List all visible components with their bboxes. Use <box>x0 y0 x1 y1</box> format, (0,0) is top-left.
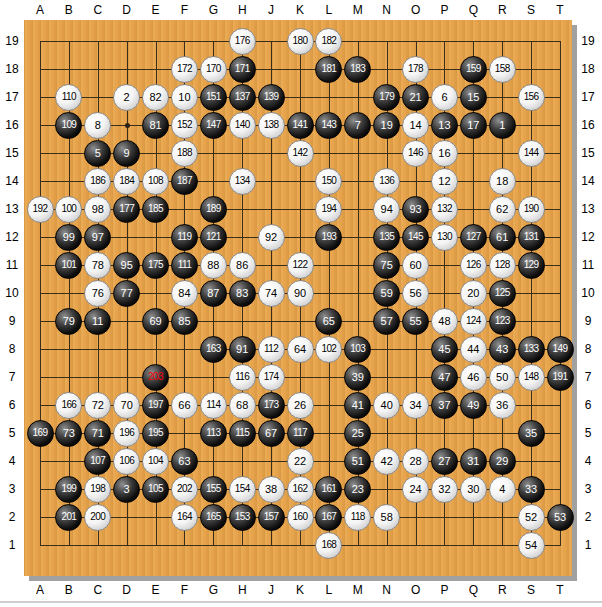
stone-B16-move-109[interactable]: 109 <box>55 112 82 139</box>
stone-O6-move-34[interactable]: 34 <box>402 392 429 419</box>
coord-label-right-15: 15 <box>581 146 594 160</box>
stone-N4-move-42[interactable]: 42 <box>373 448 400 475</box>
stone-H14-move-134[interactable]: 134 <box>229 168 256 195</box>
stone-G12-move-121[interactable]: 121 <box>200 224 227 251</box>
coord-label-left-18: 18 <box>5 62 18 76</box>
coord-label-bottom-K: K <box>296 583 304 597</box>
stone-A13-move-192[interactable]: 192 <box>27 196 54 223</box>
stone-G16-move-147[interactable]: 147 <box>200 112 227 139</box>
stone-G11-move-88[interactable]: 88 <box>200 252 227 279</box>
stone-E7-move-203[interactable]: 203 <box>142 364 169 391</box>
coord-label-bottom-C: C <box>93 583 102 597</box>
coord-label-right-6: 6 <box>585 398 592 412</box>
coord-label-right-9: 9 <box>585 314 592 328</box>
coord-label-right-7: 7 <box>585 370 592 384</box>
coord-label-left-14: 14 <box>5 174 18 188</box>
stone-C13-move-98[interactable]: 98 <box>84 196 111 223</box>
stone-C3-move-198[interactable]: 198 <box>84 476 111 503</box>
coord-label-top-F: F <box>181 3 188 17</box>
stone-P13-move-132[interactable]: 132 <box>431 196 458 223</box>
stone-J5-move-67[interactable]: 67 <box>258 420 285 447</box>
stone-Q8-move-44[interactable]: 44 <box>460 336 487 363</box>
stone-E17-move-82[interactable]: 82 <box>142 84 169 111</box>
stone-E11-move-175[interactable]: 175 <box>142 252 169 279</box>
stone-J2-move-157[interactable]: 157 <box>258 504 285 531</box>
stone-M2-move-118[interactable]: 118 <box>344 504 371 531</box>
stone-J6-move-173[interactable]: 173 <box>258 392 285 419</box>
stone-R11-move-128[interactable]: 128 <box>489 252 516 279</box>
stone-D3-move-3[interactable]: 3 <box>113 476 140 503</box>
coord-label-top-S: S <box>527 3 535 17</box>
stone-O4-move-28[interactable]: 28 <box>402 448 429 475</box>
stone-J8-move-112[interactable]: 112 <box>258 336 285 363</box>
stone-P7-move-47[interactable]: 47 <box>431 364 458 391</box>
coord-label-top-C: C <box>93 3 102 17</box>
stone-H3-move-154[interactable]: 154 <box>229 476 256 503</box>
stone-N6-move-40[interactable]: 40 <box>373 392 400 419</box>
stone-K19-move-180[interactable]: 180 <box>287 28 314 55</box>
stone-Q7-move-46[interactable]: 46 <box>460 364 487 391</box>
stone-K6-move-26[interactable]: 26 <box>287 392 314 419</box>
stone-O15-move-146[interactable]: 146 <box>402 140 429 167</box>
grid-line-vertical <box>531 41 532 546</box>
stone-F6-move-66[interactable]: 66 <box>171 392 198 419</box>
stone-D4-move-106[interactable]: 106 <box>113 448 140 475</box>
stone-P16-move-13[interactable]: 13 <box>431 112 458 139</box>
coord-label-bottom-F: F <box>181 583 188 597</box>
coord-label-right-13: 13 <box>581 202 594 216</box>
stone-M8-move-103[interactable]: 103 <box>344 336 371 363</box>
stone-J10-move-74[interactable]: 74 <box>258 280 285 307</box>
coord-label-bottom-D: D <box>122 583 131 597</box>
stone-L14-move-150[interactable]: 150 <box>315 168 342 195</box>
coord-label-right-4: 4 <box>585 454 592 468</box>
stone-F9-move-85[interactable]: 85 <box>171 308 198 335</box>
grid-line-horizontal <box>40 545 561 546</box>
coord-label-top-A: A <box>36 3 44 17</box>
stone-E13-move-185[interactable]: 185 <box>142 196 169 223</box>
stone-R18-move-158[interactable]: 158 <box>489 56 516 83</box>
stone-H11-move-86[interactable]: 86 <box>229 252 256 279</box>
stone-H18-move-171[interactable]: 171 <box>229 56 256 83</box>
coord-label-top-T: T <box>556 3 563 17</box>
stone-S8-move-133[interactable]: 133 <box>518 336 545 363</box>
coord-label-top-Q: Q <box>469 3 478 17</box>
coord-label-right-3: 3 <box>585 482 592 496</box>
stone-F4-move-63[interactable]: 63 <box>171 448 198 475</box>
stone-F10-move-84[interactable]: 84 <box>171 280 198 307</box>
stone-A5-move-169[interactable]: 169 <box>27 420 54 447</box>
stone-R3-move-4[interactable]: 4 <box>489 476 516 503</box>
coord-label-right-10: 10 <box>581 286 594 300</box>
coord-label-top-O: O <box>411 3 420 17</box>
coord-label-bottom-S: S <box>527 583 535 597</box>
stone-H6-move-68[interactable]: 68 <box>229 392 256 419</box>
stone-K16-move-141[interactable]: 141 <box>287 112 314 139</box>
stone-Q9-move-124[interactable]: 124 <box>460 308 487 335</box>
stone-K8-move-64[interactable]: 64 <box>287 336 314 363</box>
stone-P3-move-32[interactable]: 32 <box>431 476 458 503</box>
stone-Q18-move-159[interactable]: 159 <box>460 56 487 83</box>
coord-label-bottom-B: B <box>65 583 73 597</box>
stone-B9-move-79[interactable]: 79 <box>55 308 82 335</box>
stone-H10-move-83[interactable]: 83 <box>229 280 256 307</box>
coord-label-top-B: B <box>65 3 73 17</box>
coord-label-left-9: 9 <box>9 314 16 328</box>
stone-C10-move-76[interactable]: 76 <box>84 280 111 307</box>
stone-C11-move-78[interactable]: 78 <box>84 252 111 279</box>
stone-S2-move-52[interactable]: 52 <box>518 504 545 531</box>
stone-C12-move-97[interactable]: 97 <box>84 224 111 251</box>
stone-G8-move-163[interactable]: 163 <box>200 336 227 363</box>
stone-L9-move-65[interactable]: 65 <box>315 308 342 335</box>
stone-O16-move-14[interactable]: 14 <box>402 112 429 139</box>
stone-K4-move-22[interactable]: 22 <box>287 448 314 475</box>
stone-C15-move-5[interactable]: 5 <box>84 140 111 167</box>
coord-label-bottom-J: J <box>268 583 274 597</box>
coord-label-bottom-H: H <box>238 583 247 597</box>
coord-label-bottom-Q: Q <box>469 583 478 597</box>
stone-H16-move-140[interactable]: 140 <box>229 112 256 139</box>
stone-Q3-move-30[interactable]: 30 <box>460 476 487 503</box>
coord-label-right-17: 17 <box>581 90 594 104</box>
stone-C5-move-71[interactable]: 71 <box>84 420 111 447</box>
coord-label-left-17: 17 <box>5 90 18 104</box>
coord-label-left-13: 13 <box>5 202 18 216</box>
coord-label-left-11: 11 <box>6 258 18 272</box>
stone-F3-move-202[interactable]: 202 <box>171 476 198 503</box>
stone-B17-move-110[interactable]: 110 <box>55 84 82 111</box>
stone-B3-move-199[interactable]: 199 <box>55 476 82 503</box>
coord-label-left-3: 3 <box>9 482 16 496</box>
stone-P9-move-48[interactable]: 48 <box>431 308 458 335</box>
stone-R7-move-50[interactable]: 50 <box>489 364 516 391</box>
stone-O17-move-21[interactable]: 21 <box>402 84 429 111</box>
stone-S1-move-54[interactable]: 54 <box>518 532 545 559</box>
coord-label-left-6: 6 <box>9 398 16 412</box>
stone-Q17-move-15[interactable]: 15 <box>460 84 487 111</box>
stone-L18-move-181[interactable]: 181 <box>315 56 342 83</box>
stone-S17-move-156[interactable]: 156 <box>518 84 545 111</box>
stone-O11-move-60[interactable]: 60 <box>402 252 429 279</box>
stone-F17-move-10[interactable]: 10 <box>171 84 198 111</box>
stone-B6-move-166[interactable]: 166 <box>55 392 82 419</box>
stone-G17-move-151[interactable]: 151 <box>200 84 227 111</box>
stone-N2-move-58[interactable]: 58 <box>373 504 400 531</box>
stone-S13-move-190[interactable]: 190 <box>518 196 545 223</box>
stone-T2-move-53[interactable]: 53 <box>547 504 574 531</box>
grid-line-vertical <box>560 41 561 546</box>
stone-B5-move-73[interactable]: 73 <box>55 420 82 447</box>
stone-F2-move-164[interactable]: 164 <box>171 504 198 531</box>
stone-S3-move-33[interactable]: 33 <box>518 476 545 503</box>
coord-label-left-7: 7 <box>9 370 16 384</box>
stone-G2-move-165[interactable]: 165 <box>200 504 227 531</box>
stone-N12-move-135[interactable]: 135 <box>373 224 400 251</box>
coord-label-right-16: 16 <box>581 118 594 132</box>
coord-label-top-G: G <box>209 3 218 17</box>
stone-M18-move-183[interactable]: 183 <box>344 56 371 83</box>
stone-D5-move-196[interactable]: 196 <box>113 420 140 447</box>
stone-K5-move-117[interactable]: 117 <box>287 420 314 447</box>
stone-O13-move-93[interactable]: 93 <box>402 196 429 223</box>
stone-L19-move-182[interactable]: 182 <box>315 28 342 55</box>
stone-H2-move-153[interactable]: 153 <box>229 504 256 531</box>
stone-F12-move-119[interactable]: 119 <box>171 224 198 251</box>
stone-L16-move-143[interactable]: 143 <box>315 112 342 139</box>
stone-C6-move-72[interactable]: 72 <box>84 392 111 419</box>
go-diagram-page: AABBCCDDEEFFGGHHJJKKLLMMNNOOPPQQRRSSTT19… <box>0 0 602 607</box>
coord-label-bottom-O: O <box>411 583 420 597</box>
stone-F18-move-172[interactable]: 172 <box>171 56 198 83</box>
bottom-divider <box>0 601 602 603</box>
stone-B2-move-201[interactable]: 201 <box>55 504 82 531</box>
stone-K3-move-162[interactable]: 162 <box>287 476 314 503</box>
stone-M7-move-39[interactable]: 39 <box>344 364 371 391</box>
stone-P4-move-27[interactable]: 27 <box>431 448 458 475</box>
stone-G18-move-170[interactable]: 170 <box>200 56 227 83</box>
stone-N14-move-136[interactable]: 136 <box>373 168 400 195</box>
coord-label-top-H: H <box>238 3 247 17</box>
stone-Q10-move-20[interactable]: 20 <box>460 280 487 307</box>
coord-label-top-R: R <box>498 3 507 17</box>
coord-label-top-N: N <box>382 3 391 17</box>
coord-label-left-5: 5 <box>9 426 16 440</box>
coord-label-top-L: L <box>326 3 333 17</box>
stone-O12-move-145[interactable]: 145 <box>402 224 429 251</box>
stone-B11-move-101[interactable]: 101 <box>55 252 82 279</box>
coord-label-left-4: 4 <box>9 454 16 468</box>
stone-S15-move-144[interactable]: 144 <box>518 140 545 167</box>
stone-F15-move-188[interactable]: 188 <box>171 140 198 167</box>
stone-L2-move-167[interactable]: 167 <box>315 504 342 531</box>
stone-J16-move-138[interactable]: 138 <box>258 112 285 139</box>
stone-L12-move-193[interactable]: 193 <box>315 224 342 251</box>
coord-label-top-P: P <box>440 3 448 17</box>
stone-O10-move-56[interactable]: 56 <box>402 280 429 307</box>
stone-K2-move-160[interactable]: 160 <box>287 504 314 531</box>
coord-label-right-18: 18 <box>581 62 594 76</box>
coord-label-bottom-M: M <box>353 583 363 597</box>
coord-label-right-12: 12 <box>581 230 594 244</box>
stone-G13-move-189[interactable]: 189 <box>200 196 227 223</box>
stone-J12-move-92[interactable]: 92 <box>258 224 285 251</box>
stone-R10-move-125[interactable]: 125 <box>489 280 516 307</box>
stone-R14-move-18[interactable]: 18 <box>489 168 516 195</box>
stone-J17-move-139[interactable]: 139 <box>258 84 285 111</box>
stone-R13-move-62[interactable]: 62 <box>489 196 516 223</box>
stone-N9-move-57[interactable]: 57 <box>373 308 400 335</box>
coord-label-bottom-L: L <box>326 583 333 597</box>
coord-label-bottom-A: A <box>36 583 44 597</box>
coord-label-left-8: 8 <box>9 342 16 356</box>
stone-H19-move-176[interactable]: 176 <box>229 28 256 55</box>
stone-S12-move-131[interactable]: 131 <box>518 224 545 251</box>
coord-label-right-2: 2 <box>585 510 592 524</box>
coord-label-bottom-N: N <box>382 583 391 597</box>
stone-L8-move-102[interactable]: 102 <box>315 336 342 363</box>
stone-E5-move-195[interactable]: 195 <box>142 420 169 447</box>
stone-Q16-move-17[interactable]: 17 <box>460 112 487 139</box>
coord-label-right-5: 5 <box>585 426 592 440</box>
star-point <box>125 123 130 128</box>
stone-R16-move-1[interactable]: 1 <box>489 112 516 139</box>
coord-label-top-M: M <box>353 3 363 17</box>
stone-M5-move-25[interactable]: 25 <box>344 420 371 447</box>
coord-label-bottom-R: R <box>498 583 507 597</box>
stone-H8-move-91[interactable]: 91 <box>229 336 256 363</box>
stone-J7-move-174[interactable]: 174 <box>258 364 285 391</box>
coord-label-right-19: 19 <box>581 34 594 48</box>
stone-E6-move-197[interactable]: 197 <box>142 392 169 419</box>
stone-Q4-move-31[interactable]: 31 <box>460 448 487 475</box>
stone-S5-move-35[interactable]: 35 <box>518 420 545 447</box>
stone-D14-move-184[interactable]: 184 <box>113 168 140 195</box>
stone-G6-move-114[interactable]: 114 <box>200 392 227 419</box>
stone-H17-move-137[interactable]: 137 <box>229 84 256 111</box>
stone-B12-move-99[interactable]: 99 <box>55 224 82 251</box>
coord-label-right-8: 8 <box>585 342 592 356</box>
coord-label-left-15: 15 <box>5 146 18 160</box>
stone-E9-move-69[interactable]: 69 <box>142 308 169 335</box>
stone-S7-move-148[interactable]: 148 <box>518 364 545 391</box>
stone-R8-move-43[interactable]: 43 <box>489 336 516 363</box>
coord-label-right-11: 11 <box>582 258 594 272</box>
stone-D11-move-95[interactable]: 95 <box>113 252 140 279</box>
stone-T8-move-149[interactable]: 149 <box>547 336 574 363</box>
coord-label-left-12: 12 <box>5 230 18 244</box>
stone-E3-move-105[interactable]: 105 <box>142 476 169 503</box>
coord-label-left-10: 10 <box>5 286 18 300</box>
coord-label-left-16: 16 <box>5 118 18 132</box>
coord-label-bottom-G: G <box>209 583 218 597</box>
stone-T7-move-191[interactable]: 191 <box>547 364 574 391</box>
stone-R9-move-123[interactable]: 123 <box>489 308 516 335</box>
stone-C4-move-107[interactable]: 107 <box>84 448 111 475</box>
coord-label-left-1: 1 <box>9 538 16 552</box>
stone-D15-move-9[interactable]: 9 <box>113 140 140 167</box>
stone-M6-move-41[interactable]: 41 <box>344 392 371 419</box>
stone-K11-move-122[interactable]: 122 <box>287 252 314 279</box>
stone-P8-move-45[interactable]: 45 <box>431 336 458 363</box>
coord-label-bottom-P: P <box>440 583 448 597</box>
coord-label-top-E: E <box>152 3 160 17</box>
stone-N11-move-75[interactable]: 75 <box>373 252 400 279</box>
coord-label-bottom-T: T <box>556 583 563 597</box>
stone-F11-move-111[interactable]: 111 <box>171 252 198 279</box>
stone-H5-move-115[interactable]: 115 <box>229 420 256 447</box>
stone-Q11-move-126[interactable]: 126 <box>460 252 487 279</box>
stone-L3-move-161[interactable]: 161 <box>315 476 342 503</box>
stone-P15-move-16[interactable]: 16 <box>431 140 458 167</box>
stone-J3-move-38[interactable]: 38 <box>258 476 285 503</box>
stone-E4-move-104[interactable]: 104 <box>142 448 169 475</box>
stone-G10-move-87[interactable]: 87 <box>200 280 227 307</box>
stone-N13-move-94[interactable]: 94 <box>373 196 400 223</box>
stone-O9-move-55[interactable]: 55 <box>402 308 429 335</box>
coord-label-left-19: 19 <box>5 34 18 48</box>
stone-Q6-move-49[interactable]: 49 <box>460 392 487 419</box>
stone-R6-move-36[interactable]: 36 <box>489 392 516 419</box>
stone-D17-move-2[interactable]: 2 <box>113 84 140 111</box>
coord-label-top-K: K <box>296 3 304 17</box>
coord-label-right-1: 1 <box>585 538 592 552</box>
stone-N16-move-19[interactable]: 19 <box>373 112 400 139</box>
stone-D6-move-70[interactable]: 70 <box>113 392 140 419</box>
stone-F14-move-187[interactable]: 187 <box>171 168 198 195</box>
stone-G5-move-113[interactable]: 113 <box>200 420 227 447</box>
stone-E16-move-81[interactable]: 81 <box>142 112 169 139</box>
stone-M4-move-51[interactable]: 51 <box>344 448 371 475</box>
stone-O3-move-24[interactable]: 24 <box>402 476 429 503</box>
stone-P14-move-12[interactable]: 12 <box>431 168 458 195</box>
stone-B13-move-100[interactable]: 100 <box>55 196 82 223</box>
stone-S11-move-129[interactable]: 129 <box>518 252 545 279</box>
coord-label-top-J: J <box>268 3 274 17</box>
stone-F16-move-152[interactable]: 152 <box>171 112 198 139</box>
stone-G3-move-155[interactable]: 155 <box>200 476 227 503</box>
stone-C9-move-11[interactable]: 11 <box>84 308 111 335</box>
stone-D13-move-177[interactable]: 177 <box>113 196 140 223</box>
stone-N10-move-59[interactable]: 59 <box>373 280 400 307</box>
stone-K15-move-142[interactable]: 142 <box>287 140 314 167</box>
stone-L1-move-168[interactable]: 168 <box>315 532 342 559</box>
coord-label-right-14: 14 <box>581 174 594 188</box>
stone-M16-move-7[interactable]: 7 <box>344 112 371 139</box>
stone-C14-move-186[interactable]: 186 <box>84 168 111 195</box>
stone-D10-move-77[interactable]: 77 <box>113 280 140 307</box>
stone-L13-move-194[interactable]: 194 <box>315 196 342 223</box>
coord-label-left-2: 2 <box>9 510 16 524</box>
stone-P12-move-130[interactable]: 130 <box>431 224 458 251</box>
stone-M3-move-23[interactable]: 23 <box>344 476 371 503</box>
stone-P6-move-37[interactable]: 37 <box>431 392 458 419</box>
coord-label-top-D: D <box>122 3 131 17</box>
stone-E14-move-108[interactable]: 108 <box>142 168 169 195</box>
coord-label-bottom-E: E <box>152 583 160 597</box>
stone-O18-move-178[interactable]: 178 <box>402 56 429 83</box>
stone-R12-move-61[interactable]: 61 <box>489 224 516 251</box>
stone-N17-move-179[interactable]: 179 <box>373 84 400 111</box>
stone-H7-move-116[interactable]: 116 <box>229 364 256 391</box>
stone-C2-move-200[interactable]: 200 <box>84 504 111 531</box>
stone-C16-move-8[interactable]: 8 <box>84 112 111 139</box>
stone-K10-move-90[interactable]: 90 <box>287 280 314 307</box>
stone-P17-move-6[interactable]: 6 <box>431 84 458 111</box>
stone-R4-move-29[interactable]: 29 <box>489 448 516 475</box>
stone-Q12-move-127[interactable]: 127 <box>460 224 487 251</box>
